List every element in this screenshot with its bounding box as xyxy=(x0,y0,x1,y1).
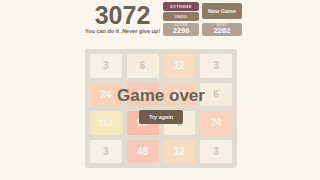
extreme-mode-button[interactable]: EXTREME xyxy=(163,2,199,11)
game-over-message: Game over xyxy=(117,87,205,104)
score-value: 2296 xyxy=(173,27,190,35)
try-again-button[interactable]: Try again xyxy=(139,110,183,124)
new-game-button[interactable]: New Game xyxy=(202,3,242,19)
best-value: 2262 xyxy=(214,27,231,35)
undo-button[interactable]: UNDO xyxy=(163,12,199,21)
best-box: BEST 2262 xyxy=(202,23,242,36)
score-box: SCORE 2296 xyxy=(163,23,199,36)
game-over-overlay: Game over Try again xyxy=(85,49,237,168)
page-title: 3072 xyxy=(80,1,165,30)
